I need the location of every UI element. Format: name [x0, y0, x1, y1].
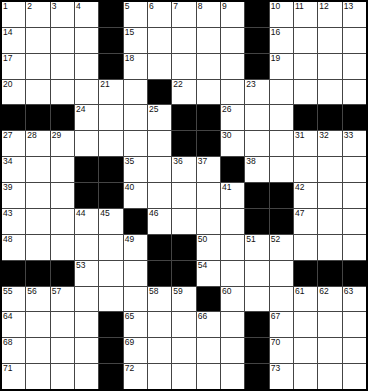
- black-cell-r7c10: [221, 157, 244, 182]
- clue-number: 61: [295, 287, 304, 296]
- cell-r7c11[interactable]: 38: [245, 157, 268, 182]
- cell-r1c12[interactable]: 10: [270, 2, 293, 27]
- clue-number: 10: [271, 2, 280, 11]
- cell-r4c15[interactable]: [343, 80, 366, 105]
- cell-r9c9[interactable]: [197, 209, 220, 234]
- cell-r1c3[interactable]: 3: [51, 2, 74, 27]
- cell-r9c4[interactable]: 44: [75, 209, 98, 234]
- black-cell-r5c1: [2, 105, 25, 130]
- black-cell-r12c9: [197, 287, 220, 312]
- clue-number: 21: [100, 80, 109, 89]
- cell-r9c15[interactable]: [343, 209, 366, 234]
- clue-number: 54: [198, 261, 207, 270]
- clue-number: 12: [319, 2, 328, 11]
- cell-r13c6[interactable]: 65: [124, 312, 147, 337]
- cell-r3c14[interactable]: [318, 54, 341, 79]
- cell-r2c6[interactable]: 15: [124, 28, 147, 53]
- cell-r7c3[interactable]: [51, 157, 74, 182]
- cell-r2c13[interactable]: [294, 28, 317, 53]
- cell-r14c15[interactable]: [343, 338, 366, 363]
- cell-r2c7[interactable]: [148, 28, 171, 53]
- cell-r4c10[interactable]: [221, 80, 244, 105]
- clue-number: 62: [319, 287, 328, 296]
- cell-r14c6[interactable]: 69: [124, 338, 147, 363]
- cell-r1c15[interactable]: 13: [343, 2, 366, 27]
- cell-r3c9[interactable]: [197, 54, 220, 79]
- cell-r10c4[interactable]: [75, 235, 98, 260]
- cell-r7c7[interactable]: [148, 157, 171, 182]
- black-cell-r5c2: [26, 105, 49, 130]
- cell-r2c15[interactable]: [343, 28, 366, 53]
- cell-r7c9[interactable]: 37: [197, 157, 220, 182]
- cell-r4c11[interactable]: 23: [245, 80, 268, 105]
- cell-r1c14[interactable]: 12: [318, 2, 341, 27]
- cell-r8c6[interactable]: 40: [124, 183, 147, 208]
- black-cell-r3c5: [99, 54, 122, 79]
- cell-r6c7[interactable]: [148, 131, 171, 156]
- black-cell-r8c11: [245, 183, 268, 208]
- clue-number: 13: [344, 2, 353, 11]
- cell-r10c1[interactable]: 48: [2, 235, 25, 260]
- cell-r5c4[interactable]: 24: [75, 105, 98, 130]
- cell-r13c3[interactable]: [51, 312, 74, 337]
- cell-r3c1[interactable]: 17: [2, 54, 25, 79]
- cell-r6c14[interactable]: 32: [318, 131, 341, 156]
- cell-r3c3[interactable]: [51, 54, 74, 79]
- cell-r10c2[interactable]: [26, 235, 49, 260]
- cell-r10c14[interactable]: [318, 235, 341, 260]
- black-cell-r3c11: [245, 54, 268, 79]
- clue-number: 56: [27, 287, 36, 296]
- cell-r8c3[interactable]: [51, 183, 74, 208]
- cell-r7c13[interactable]: [294, 157, 317, 182]
- cell-r13c7[interactable]: [148, 312, 171, 337]
- clue-number: 14: [3, 28, 12, 37]
- black-cell-r6c9: [197, 131, 220, 156]
- cell-r2c10[interactable]: [221, 28, 244, 53]
- cell-r6c11[interactable]: [245, 131, 268, 156]
- cell-r4c2[interactable]: [26, 80, 49, 105]
- clue-number: 53: [76, 261, 85, 270]
- cell-r5c5[interactable]: [99, 105, 122, 130]
- cell-r15c3[interactable]: [51, 364, 74, 389]
- cell-r5c7[interactable]: 25: [148, 105, 171, 130]
- cell-r1c4[interactable]: 4: [75, 2, 98, 27]
- cell-r8c13[interactable]: 42: [294, 183, 317, 208]
- black-cell-r4c7: [148, 80, 171, 105]
- cell-r15c6[interactable]: 72: [124, 364, 147, 389]
- clue-number: 26: [222, 105, 231, 114]
- clue-number: 6: [149, 2, 154, 11]
- cell-r8c9[interactable]: [197, 183, 220, 208]
- clue-number: 71: [3, 364, 12, 373]
- cell-r8c1[interactable]: 39: [2, 183, 25, 208]
- black-cell-r5c9: [197, 105, 220, 130]
- cell-r15c4[interactable]: [75, 364, 98, 389]
- black-cell-r10c7: [148, 235, 171, 260]
- clue-number: 20: [3, 80, 12, 89]
- cell-r2c4[interactable]: [75, 28, 98, 53]
- clue-number: 22: [173, 80, 182, 89]
- black-cell-r11c13: [294, 261, 317, 286]
- cell-r2c12[interactable]: 16: [270, 28, 293, 53]
- clue-number: 68: [3, 338, 12, 347]
- cell-r3c2[interactable]: [26, 54, 49, 79]
- cell-r3c7[interactable]: [148, 54, 171, 79]
- clue-number: 60: [222, 287, 231, 296]
- clue-number: 67: [271, 312, 280, 321]
- clue-number: 59: [173, 287, 182, 296]
- black-cell-r11c15: [343, 261, 366, 286]
- black-cell-r14c5: [99, 338, 122, 363]
- cell-r14c14[interactable]: [318, 338, 341, 363]
- black-cell-r8c12: [270, 183, 293, 208]
- clue-number: 2: [27, 2, 32, 11]
- cell-r15c15[interactable]: [343, 364, 366, 389]
- cell-r5c10[interactable]: 26: [221, 105, 244, 130]
- cell-r6c4[interactable]: [75, 131, 98, 156]
- clue-number: 24: [76, 105, 85, 114]
- clue-number: 17: [3, 54, 12, 63]
- black-cell-r5c15: [343, 105, 366, 130]
- cell-r12c8[interactable]: 59: [172, 287, 195, 312]
- cell-r6c1[interactable]: 27: [2, 131, 25, 156]
- clue-number: 64: [3, 312, 12, 321]
- cell-r15c13[interactable]: [294, 364, 317, 389]
- cell-r15c10[interactable]: [221, 364, 244, 389]
- cell-r3c13[interactable]: [294, 54, 317, 79]
- cell-r15c8[interactable]: [172, 364, 195, 389]
- clue-number: 55: [3, 287, 12, 296]
- clue-number: 35: [125, 157, 134, 166]
- clue-number: 5: [125, 2, 130, 11]
- clue-number: 63: [344, 287, 353, 296]
- cell-r8c10[interactable]: 41: [221, 183, 244, 208]
- cell-r12c6[interactable]: [124, 287, 147, 312]
- black-cell-r1c11: [245, 2, 268, 27]
- clue-number: 49: [125, 235, 134, 244]
- cell-r6c15[interactable]: 33: [343, 131, 366, 156]
- clue-number: 34: [3, 157, 12, 166]
- black-cell-r11c8: [172, 261, 195, 286]
- cell-r15c1[interactable]: 71: [2, 364, 25, 389]
- cell-r10c11[interactable]: 51: [245, 235, 268, 260]
- cell-r4c13[interactable]: [294, 80, 317, 105]
- cell-r15c9[interactable]: [197, 364, 220, 389]
- cell-r15c14[interactable]: [318, 364, 341, 389]
- clue-number: 32: [319, 131, 328, 140]
- cell-r1c2[interactable]: 2: [26, 2, 49, 27]
- cell-r2c9[interactable]: [197, 28, 220, 53]
- cell-r8c14[interactable]: [318, 183, 341, 208]
- cell-r7c15[interactable]: [343, 157, 366, 182]
- clue-number: 7: [173, 2, 178, 11]
- cell-r9c13[interactable]: 47: [294, 209, 317, 234]
- black-cell-r6c8: [172, 131, 195, 156]
- black-cell-r5c14: [318, 105, 341, 130]
- cell-r6c3[interactable]: 29: [51, 131, 74, 156]
- cell-r8c2[interactable]: [26, 183, 49, 208]
- black-cell-r10c8: [172, 235, 195, 260]
- cell-r4c8[interactable]: 22: [172, 80, 195, 105]
- cell-r7c14[interactable]: [318, 157, 341, 182]
- cell-r14c4[interactable]: [75, 338, 98, 363]
- cell-r14c1[interactable]: 68: [2, 338, 25, 363]
- cell-r11c9[interactable]: 54: [197, 261, 220, 286]
- clue-number: 40: [125, 183, 134, 192]
- cell-r2c14[interactable]: [318, 28, 341, 53]
- cell-r5c6[interactable]: [124, 105, 147, 130]
- clue-number: 11: [295, 2, 304, 11]
- clue-number: 15: [125, 28, 134, 37]
- cell-r6c13[interactable]: 31: [294, 131, 317, 156]
- cell-r9c2[interactable]: [26, 209, 49, 234]
- clue-number: 66: [198, 312, 207, 321]
- clue-number: 72: [125, 364, 134, 373]
- black-cell-r15c5: [99, 364, 122, 389]
- cell-r15c7[interactable]: [148, 364, 171, 389]
- cell-r12c2[interactable]: 56: [26, 287, 49, 312]
- clue-number: 41: [222, 183, 231, 192]
- cell-r5c12[interactable]: [270, 105, 293, 130]
- cell-r10c10[interactable]: [221, 235, 244, 260]
- clue-number: 16: [271, 28, 280, 37]
- black-cell-r7c5: [99, 157, 122, 182]
- cell-r12c3[interactable]: 57: [51, 287, 74, 312]
- black-cell-r13c11: [245, 312, 268, 337]
- cell-r13c15[interactable]: [343, 312, 366, 337]
- clue-number: 3: [52, 2, 57, 11]
- cell-r10c12[interactable]: 52: [270, 235, 293, 260]
- clue-number: 45: [100, 209, 109, 218]
- cell-r5c11[interactable]: [245, 105, 268, 130]
- cell-r11c10[interactable]: [221, 261, 244, 286]
- clue-number: 29: [52, 131, 61, 140]
- clue-number: 42: [295, 183, 304, 192]
- cell-r14c8[interactable]: [172, 338, 195, 363]
- cell-r3c8[interactable]: [172, 54, 195, 79]
- clue-number: 52: [271, 235, 280, 244]
- clue-number: 27: [3, 131, 12, 140]
- cell-r4c4[interactable]: [75, 80, 98, 105]
- cell-r6c5[interactable]: [99, 131, 122, 156]
- cell-r9c8[interactable]: [172, 209, 195, 234]
- cell-r11c4[interactable]: 53: [75, 261, 98, 286]
- clue-number: 44: [76, 209, 85, 218]
- cell-r14c10[interactable]: [221, 338, 244, 363]
- clue-number: 39: [3, 183, 12, 192]
- cell-r11c6[interactable]: [124, 261, 147, 286]
- cell-r13c12[interactable]: 67: [270, 312, 293, 337]
- clue-number: 23: [246, 80, 255, 89]
- cell-r2c2[interactable]: [26, 28, 49, 53]
- clue-number: 8: [198, 2, 203, 11]
- cell-r3c6[interactable]: 18: [124, 54, 147, 79]
- black-cell-r2c11: [245, 28, 268, 53]
- cell-r9c5[interactable]: 45: [99, 209, 122, 234]
- cell-r4c14[interactable]: [318, 80, 341, 105]
- black-cell-r15c11: [245, 364, 268, 389]
- black-cell-r5c3: [51, 105, 74, 130]
- cell-r13c8[interactable]: [172, 312, 195, 337]
- cell-r13c14[interactable]: [318, 312, 341, 337]
- clue-number: 18: [125, 54, 134, 63]
- cell-r9c14[interactable]: [318, 209, 341, 234]
- crossword-grid: 1234567891011121314151617181920212223242…: [0, 0, 368, 391]
- clue-number: 58: [149, 287, 158, 296]
- clue-number: 48: [3, 235, 12, 244]
- cell-r1c8[interactable]: 7: [172, 2, 195, 27]
- clue-number: 43: [3, 209, 12, 218]
- cell-r4c5[interactable]: 21: [99, 80, 122, 105]
- black-cell-r5c13: [294, 105, 317, 130]
- cell-r4c9[interactable]: [197, 80, 220, 105]
- cell-r14c7[interactable]: [148, 338, 171, 363]
- clue-number: 37: [198, 157, 207, 166]
- cell-r10c15[interactable]: [343, 235, 366, 260]
- cell-r11c5[interactable]: [99, 261, 122, 286]
- cell-r14c13[interactable]: [294, 338, 317, 363]
- cell-r13c10[interactable]: [221, 312, 244, 337]
- clue-number: 25: [149, 105, 158, 114]
- cell-r3c15[interactable]: [343, 54, 366, 79]
- cell-r6c12[interactable]: [270, 131, 293, 156]
- clue-number: 38: [246, 157, 255, 166]
- cell-r8c8[interactable]: [172, 183, 195, 208]
- cell-r6c10[interactable]: 30: [221, 131, 244, 156]
- cell-r12c10[interactable]: 60: [221, 287, 244, 312]
- clue-number: 47: [295, 209, 304, 218]
- cell-r9c10[interactable]: [221, 209, 244, 234]
- clue-number: 36: [173, 157, 182, 166]
- black-cell-r1c5: [99, 2, 122, 27]
- black-cell-r11c1: [2, 261, 25, 286]
- black-cell-r2c5: [99, 28, 122, 53]
- black-cell-r14c11: [245, 338, 268, 363]
- cell-r9c7[interactable]: 46: [148, 209, 171, 234]
- clue-number: 69: [125, 338, 134, 347]
- clue-number: 9: [222, 2, 227, 11]
- cell-r10c6[interactable]: 49: [124, 235, 147, 260]
- cell-r13c9[interactable]: 66: [197, 312, 220, 337]
- cell-r1c7[interactable]: 6: [148, 2, 171, 27]
- cell-r12c13[interactable]: 61: [294, 287, 317, 312]
- cell-r13c4[interactable]: [75, 312, 98, 337]
- cell-r15c2[interactable]: [26, 364, 49, 389]
- cell-r7c12[interactable]: [270, 157, 293, 182]
- black-cell-r8c5: [99, 183, 122, 208]
- clue-number: 1: [3, 2, 8, 11]
- cell-r14c12[interactable]: 70: [270, 338, 293, 363]
- cell-r6c2[interactable]: 28: [26, 131, 49, 156]
- clue-number: 31: [295, 131, 304, 140]
- cell-r1c6[interactable]: 5: [124, 2, 147, 27]
- cell-r12c4[interactable]: [75, 287, 98, 312]
- cell-r7c6[interactable]: 35: [124, 157, 147, 182]
- clue-number: 19: [271, 54, 280, 63]
- clue-number: 33: [344, 131, 353, 140]
- cell-r14c9[interactable]: [197, 338, 220, 363]
- cell-r10c9[interactable]: 50: [197, 235, 220, 260]
- cell-r13c2[interactable]: [26, 312, 49, 337]
- cell-r6c6[interactable]: [124, 131, 147, 156]
- black-cell-r13c5: [99, 312, 122, 337]
- black-cell-r9c6: [124, 209, 147, 234]
- cell-r9c3[interactable]: [51, 209, 74, 234]
- clue-number: 46: [149, 209, 158, 218]
- cell-r8c15[interactable]: [343, 183, 366, 208]
- cell-r14c2[interactable]: [26, 338, 49, 363]
- cell-r10c13[interactable]: [294, 235, 317, 260]
- cell-r10c3[interactable]: [51, 235, 74, 260]
- cell-r12c14[interactable]: 62: [318, 287, 341, 312]
- cell-r2c1[interactable]: 14: [2, 28, 25, 53]
- cell-r3c12[interactable]: 19: [270, 54, 293, 79]
- cell-r13c13[interactable]: [294, 312, 317, 337]
- cell-r4c1[interactable]: 20: [2, 80, 25, 105]
- clue-number: 30: [222, 131, 231, 140]
- cell-r12c15[interactable]: 63: [343, 287, 366, 312]
- cell-r4c3[interactable]: [51, 80, 74, 105]
- cell-r1c1[interactable]: 1: [2, 2, 25, 27]
- clue-number: 28: [27, 131, 36, 140]
- cell-r12c11[interactable]: [245, 287, 268, 312]
- cell-r4c12[interactable]: [270, 80, 293, 105]
- clue-number: 57: [52, 287, 61, 296]
- black-cell-r8c4: [75, 183, 98, 208]
- black-cell-r11c3: [51, 261, 74, 286]
- cell-r1c13[interactable]: 11: [294, 2, 317, 27]
- cell-r3c10[interactable]: [221, 54, 244, 79]
- cell-r12c5[interactable]: [99, 287, 122, 312]
- cell-r2c8[interactable]: [172, 28, 195, 53]
- cell-r1c10[interactable]: 9: [221, 2, 244, 27]
- black-cell-r7c4: [75, 157, 98, 182]
- cell-r12c1[interactable]: 55: [2, 287, 25, 312]
- cell-r14c3[interactable]: [51, 338, 74, 363]
- cell-r7c8[interactable]: 36: [172, 157, 195, 182]
- black-cell-r11c2: [26, 261, 49, 286]
- cell-r12c12[interactable]: [270, 287, 293, 312]
- black-cell-r9c11: [245, 209, 268, 234]
- black-cell-r5c8: [172, 105, 195, 130]
- black-cell-r11c7: [148, 261, 171, 286]
- cell-r7c1[interactable]: 34: [2, 157, 25, 182]
- cell-r11c11[interactable]: [245, 261, 268, 286]
- cell-r7c2[interactable]: [26, 157, 49, 182]
- cell-r4c6[interactable]: [124, 80, 147, 105]
- cell-r15c12[interactable]: 73: [270, 364, 293, 389]
- clue-number: 70: [271, 338, 280, 347]
- cell-r8c7[interactable]: [148, 183, 171, 208]
- clue-number: 51: [246, 235, 255, 244]
- cell-r13c1[interactable]: 64: [2, 312, 25, 337]
- clue-number: 73: [271, 364, 280, 373]
- black-cell-r9c12: [270, 209, 293, 234]
- clue-number: 4: [76, 2, 81, 11]
- cell-r12c7[interactable]: 58: [148, 287, 171, 312]
- cell-r9c1[interactable]: 43: [2, 209, 25, 234]
- cell-r11c12[interactable]: [270, 261, 293, 286]
- cell-r2c3[interactable]: [51, 28, 74, 53]
- cell-r1c9[interactable]: 8: [197, 2, 220, 27]
- clue-number: 50: [198, 235, 207, 244]
- cell-r10c5[interactable]: [99, 235, 122, 260]
- clue-number: 65: [125, 312, 134, 321]
- black-cell-r11c14: [318, 261, 341, 286]
- cell-r3c4[interactable]: [75, 54, 98, 79]
